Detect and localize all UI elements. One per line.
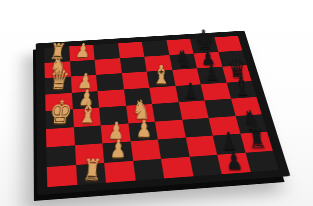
square-f1 [46,127,74,147]
square-d1 [45,93,72,112]
square-g6 [185,136,217,157]
black-pawn-b7: ♟ [200,49,216,69]
square-a8 [214,36,242,52]
square-b4 [119,56,146,73]
square-c4 [121,72,149,90]
square-g5 [158,138,189,159]
square-h5 [161,156,193,178]
square-e6 [178,100,208,119]
white-rook-a1: ♜ [48,41,67,63]
square-b5 [144,55,172,72]
square-h2: ♜ [76,163,106,185]
square-g3: ♟ [102,141,132,162]
square-f2 [73,125,102,145]
square-h8 [245,150,279,172]
square-d4 [123,87,152,105]
square-h4 [133,158,165,180]
square-c6 [172,68,201,85]
square-a1: ♜ [44,46,69,62]
square-c5: ♝ [147,70,175,87]
square-b3 [95,58,122,75]
square-c3 [96,73,123,91]
black-king-a7: ♚ [193,27,215,54]
product-photo-background: ♜♟♚♞♞♟♛♟♝♟♛♟♟♝♚♝♞♟♟♞♟♟♜♜♟ [0,0,313,206]
square-a2: ♟ [69,45,95,61]
square-f4: ♟ [128,121,158,141]
board-scene: ♜♟♚♞♞♟♛♟♝♟♛♟♟♝♚♝♞♟♟♞♟♟♜♜♟ [37,0,267,206]
white-pawn-a2: ♟ [74,42,90,61]
square-g4 [130,139,161,160]
square-a5 [142,40,169,56]
square-e8 [231,97,262,116]
square-f5 [155,119,185,139]
square-f3: ♟ [101,123,130,143]
square-g1 [46,145,75,166]
square-h1 [47,165,77,187]
square-f6 [182,118,213,138]
square-e5 [152,102,182,121]
square-b2 [70,60,96,77]
square-b6: ♞ [169,53,197,70]
square-d5 [149,86,178,104]
chessboard-frame: ♜♟♚♞♞♟♛♟♝♟♛♟♟♝♚♝♞♟♟♞♟♟♜♜♟ [36,31,291,195]
square-g2 [74,143,104,164]
square-f8: ♞ [235,114,267,134]
square-b8 [218,50,247,67]
square-d8: ♝ [226,81,256,99]
square-h3 [104,161,135,183]
square-e3 [99,106,128,125]
square-d6: ♟ [175,84,204,102]
square-h6 [189,154,222,176]
square-d2: ♟ [71,91,99,110]
square-e4: ♞ [126,104,155,123]
square-a6 [166,39,193,55]
square-e2: ♝ [72,108,100,127]
square-a3 [93,43,119,59]
square-c2: ♟ [70,75,97,93]
square-e1: ♚ [46,109,74,128]
square-c1: ♛ [45,76,72,94]
square-b1: ♞ [44,61,70,78]
square-g8: ♜ [240,132,273,153]
square-a4 [118,42,145,58]
chessboard-grid: ♜♟♚♞♞♟♛♟♝♟♛♟♟♝♚♝♞♟♟♞♟♟♜♜♟ [44,36,279,187]
square-d3 [97,89,125,107]
square-c8: ♛ [222,65,252,82]
